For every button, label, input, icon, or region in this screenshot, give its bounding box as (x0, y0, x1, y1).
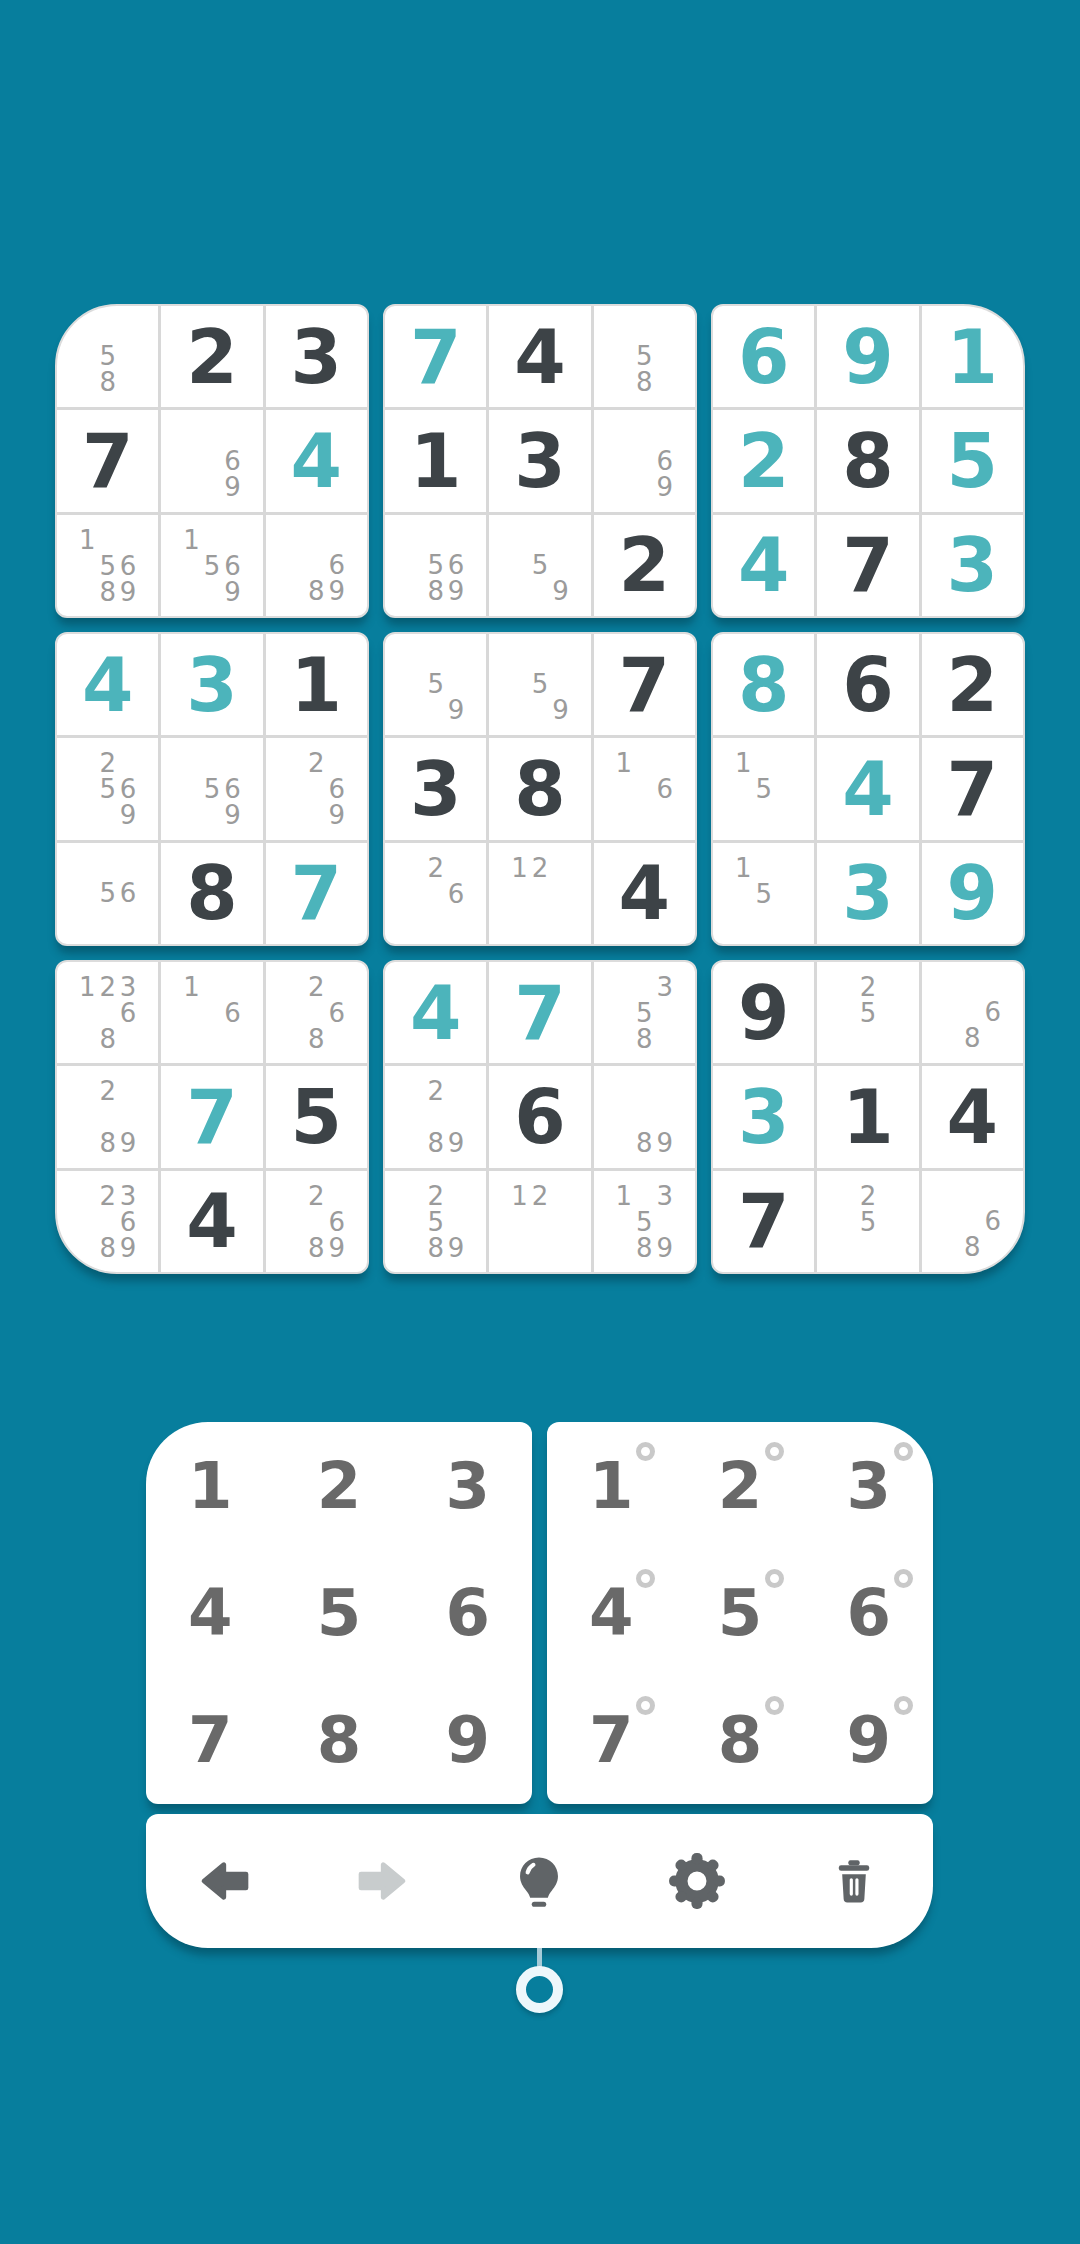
numpad-digit-7[interactable]: 7 (146, 1677, 275, 1804)
arrow-left-icon (197, 1853, 253, 1909)
given-digit: 1 (842, 1080, 894, 1154)
cell-r1c3[interactable]: 3 (266, 306, 367, 407)
given-digit: 4 (186, 1184, 238, 1258)
cell-r5c4[interactable]: 3 (385, 738, 486, 839)
cell-r3c4[interactable]: 5689 (385, 515, 486, 616)
cell-r6c3[interactable]: 7 (266, 843, 367, 944)
given-digit: 8 (842, 424, 894, 498)
hint-button[interactable] (507, 1849, 571, 1913)
cell-r6c6[interactable]: 4 (594, 843, 695, 944)
cell-r4c3[interactable]: 1 (266, 634, 367, 735)
user-digit: 7 (514, 976, 566, 1050)
cell-r4c1[interactable]: 4 (57, 634, 158, 735)
given-digit: 3 (514, 424, 566, 498)
note-digit-label: 5 (718, 1576, 763, 1650)
cell-r2c5[interactable]: 3 (489, 410, 590, 511)
numpad-note-digit-8[interactable]: 8 (676, 1677, 805, 1804)
cell-r8c6[interactable]: 89 (594, 1066, 695, 1167)
given-digit: 7 (947, 752, 999, 826)
pencil-marks: 16 (181, 974, 242, 1051)
cell-r6c5[interactable]: 12 (489, 843, 590, 944)
sudoku-app-screen: 5823769415689156968974581369568959269128… (0, 0, 1080, 2244)
cell-r8c1[interactable]: 289 (57, 1066, 158, 1167)
cell-r6c1[interactable]: 56 (57, 843, 158, 944)
cell-r1c6[interactable]: 58 (594, 306, 695, 407)
pencil-marks: 59 (405, 646, 466, 723)
note-ring-icon (894, 1696, 913, 1715)
note-digit-label: 1 (589, 1449, 634, 1523)
cell-r4c6[interactable]: 7 (594, 634, 695, 735)
given-digit: 8 (514, 752, 566, 826)
cell-r7c3[interactable]: 268 (266, 962, 367, 1063)
note-ring-icon (636, 1569, 655, 1588)
cell-r9c6[interactable]: 13589 (594, 1171, 695, 1272)
sudoku-board: 5823769415689156968974581369568959269128… (55, 304, 1025, 1274)
cell-r3c7[interactable]: 4 (713, 515, 814, 616)
cell-r7c1[interactable]: 12368 (57, 962, 158, 1063)
cell-r4c5[interactable]: 59 (489, 634, 590, 735)
user-digit: 4 (291, 424, 343, 498)
board-box-5: 59597381626124 (383, 632, 697, 946)
numpad-normal: 123456789 (146, 1422, 532, 1804)
cell-r2c4[interactable]: 1 (385, 410, 486, 511)
arrow-right-icon (354, 1853, 410, 1909)
given-digit: 7 (842, 528, 894, 602)
cell-r2c6[interactable]: 69 (594, 410, 695, 511)
user-digit: 2 (738, 424, 790, 498)
numpad-note-digit-5[interactable]: 5 (676, 1549, 805, 1676)
cell-r3c8[interactable]: 7 (817, 515, 918, 616)
cell-r7c9[interactable]: 68 (922, 962, 1023, 1063)
pencil-marks: 12 (509, 855, 570, 932)
pencil-marks: 58 (614, 318, 675, 395)
board-box-3: 691285473 (711, 304, 1025, 618)
cell-r1c5[interactable]: 4 (489, 306, 590, 407)
cell-r8c2[interactable]: 7 (161, 1066, 262, 1167)
numpad-note-digit-4[interactable]: 4 (547, 1549, 676, 1676)
cell-r2c1[interactable]: 7 (57, 410, 158, 511)
user-digit: 3 (842, 856, 894, 930)
numpad-digit-8[interactable]: 8 (275, 1677, 404, 1804)
cell-r5c5[interactable]: 8 (489, 738, 590, 839)
note-digit-label: 8 (718, 1703, 763, 1777)
undo-button[interactable] (193, 1849, 257, 1913)
numpad-note-digit-1[interactable]: 1 (547, 1422, 676, 1549)
given-digit: 7 (619, 648, 671, 722)
cell-r9c5[interactable]: 12 (489, 1171, 590, 1272)
cell-r6c9[interactable]: 9 (922, 843, 1023, 944)
cell-r9c7[interactable]: 7 (713, 1171, 814, 1272)
pencil-marks: 2689 (286, 1183, 347, 1260)
cell-r5c9[interactable]: 7 (922, 738, 1023, 839)
cell-r1c4[interactable]: 7 (385, 306, 486, 407)
cell-r9c4[interactable]: 2589 (385, 1171, 486, 1272)
given-digit: 8 (186, 856, 238, 930)
cell-r5c1[interactable]: 2569 (57, 738, 158, 839)
cell-r3c6[interactable]: 2 (594, 515, 695, 616)
cell-r5c8[interactable]: 4 (817, 738, 918, 839)
cell-r3c3[interactable]: 689 (266, 515, 367, 616)
given-digit: 3 (410, 752, 462, 826)
numpad-notes: 123456789 (547, 1422, 933, 1804)
pencil-marks: 12 (509, 1183, 570, 1260)
numpad-digit-5[interactable]: 5 (275, 1549, 404, 1676)
user-digit: 4 (82, 648, 134, 722)
given-digit: 2 (186, 320, 238, 394)
user-digit: 4 (738, 528, 790, 602)
board-box-1: 58237694156891569689 (55, 304, 369, 618)
note-ring-icon (765, 1442, 784, 1461)
user-digit: 9 (842, 320, 894, 394)
cell-r7c8[interactable]: 25 (817, 962, 918, 1063)
pencil-marks: 12368 (77, 974, 138, 1051)
cell-r8c4[interactable]: 289 (385, 1066, 486, 1167)
pencil-marks: 289 (77, 1078, 138, 1155)
note-digit-label: 6 (846, 1576, 891, 1650)
cell-r4c7[interactable]: 8 (713, 634, 814, 735)
pencil-marks: 58 (77, 318, 138, 395)
pencil-marks: 2569 (77, 750, 138, 827)
user-digit: 7 (186, 1080, 238, 1154)
cell-r9c1[interactable]: 23689 (57, 1171, 158, 1272)
numpad-note-digit-3[interactable]: 3 (804, 1422, 933, 1549)
cell-r5c2[interactable]: 569 (161, 738, 262, 839)
cell-r2c9[interactable]: 5 (922, 410, 1023, 511)
given-digit: 2 (619, 528, 671, 602)
note-digit-label: 2 (718, 1449, 763, 1523)
note-digit-label: 7 (589, 1703, 634, 1777)
pencil-marks: 15689 (77, 527, 138, 604)
pencil-marks: 25 (837, 974, 898, 1051)
board-box-7: 1236816268289752368942689 (55, 960, 369, 1274)
cell-r6c8[interactable]: 3 (817, 843, 918, 944)
cell-r6c7[interactable]: 15 (713, 843, 814, 944)
cell-r8c9[interactable]: 4 (922, 1066, 1023, 1167)
user-digit: 4 (842, 752, 894, 826)
cell-r9c2[interactable]: 4 (161, 1171, 262, 1272)
numpad-note-digit-9[interactable]: 9 (804, 1677, 933, 1804)
note-digit-label: 4 (589, 1576, 634, 1650)
board-box-6: 86215471539 (711, 632, 1025, 946)
pencil-marks: 13589 (614, 1183, 675, 1260)
given-digit: 1 (410, 424, 462, 498)
user-digit: 5 (947, 424, 999, 498)
pencil-marks: 689 (286, 527, 347, 604)
given-digit: 4 (619, 856, 671, 930)
numpad-digit-1[interactable]: 1 (146, 1422, 275, 1549)
cell-r9c8[interactable]: 25 (817, 1171, 918, 1272)
toolbar (146, 1814, 933, 1948)
drag-handle[interactable] (516, 1966, 563, 2013)
numpad-digit-9[interactable]: 9 (403, 1677, 532, 1804)
redo-button[interactable] (350, 1849, 414, 1913)
board-box-8: 4735828968925891213589 (383, 960, 697, 1274)
pencil-marks: 68 (942, 974, 1003, 1051)
cell-r9c9[interactable]: 68 (922, 1171, 1023, 1272)
cell-r1c9[interactable]: 1 (922, 306, 1023, 407)
pencil-marks: 16 (614, 750, 675, 827)
given-digit: 9 (738, 976, 790, 1050)
delete-button[interactable] (822, 1849, 886, 1913)
note-ring-icon (636, 1442, 655, 1461)
cell-r2c7[interactable]: 2 (713, 410, 814, 511)
given-digit: 3 (291, 320, 343, 394)
pencil-marks: 26 (405, 855, 466, 932)
note-ring-icon (765, 1696, 784, 1715)
given-digit: 4 (947, 1080, 999, 1154)
numpad-digit-2[interactable]: 2 (275, 1422, 404, 1549)
given-digit: 1 (291, 648, 343, 722)
note-ring-icon (894, 1442, 913, 1461)
note-ring-icon (636, 1696, 655, 1715)
pencil-marks: 358 (614, 974, 675, 1051)
pencil-marks: 69 (614, 422, 675, 499)
cell-r7c6[interactable]: 358 (594, 962, 695, 1063)
gear-icon (668, 1852, 726, 1910)
numpad-digit-3[interactable]: 3 (403, 1422, 532, 1549)
cell-r9c3[interactable]: 2689 (266, 1171, 367, 1272)
user-digit: 1 (947, 320, 999, 394)
cell-r2c3[interactable]: 4 (266, 410, 367, 511)
lightbulb-icon (510, 1852, 568, 1910)
numpad-digit-6[interactable]: 6 (403, 1549, 532, 1676)
user-digit: 3 (186, 648, 238, 722)
trash-icon (827, 1854, 881, 1908)
numpad-note-digit-6[interactable]: 6 (804, 1549, 933, 1676)
pencil-marks: 89 (614, 1078, 675, 1155)
cell-r8c5[interactable]: 6 (489, 1066, 590, 1167)
pencil-marks: 2589 (405, 1183, 466, 1260)
cell-r1c7[interactable]: 6 (713, 306, 814, 407)
given-digit: 7 (738, 1184, 790, 1258)
cell-r4c9[interactable]: 2 (922, 634, 1023, 735)
note-ring-icon (894, 1569, 913, 1588)
cell-r2c8[interactable]: 8 (817, 410, 918, 511)
user-digit: 4 (410, 976, 462, 1050)
note-ring-icon (765, 1569, 784, 1588)
user-digit: 9 (947, 856, 999, 930)
cell-r8c7[interactable]: 3 (713, 1066, 814, 1167)
pencil-marks: 68 (942, 1183, 1003, 1260)
pencil-marks: 15 (733, 750, 794, 827)
settings-button[interactable] (665, 1849, 729, 1913)
cell-r6c4[interactable]: 26 (385, 843, 486, 944)
cell-r1c1[interactable]: 58 (57, 306, 158, 407)
cell-r8c8[interactable]: 1 (817, 1066, 918, 1167)
given-digit: 5 (291, 1080, 343, 1154)
cell-r1c8[interactable]: 9 (817, 306, 918, 407)
cell-r5c3[interactable]: 269 (266, 738, 367, 839)
cell-r7c4[interactable]: 4 (385, 962, 486, 1063)
user-digit: 6 (738, 320, 790, 394)
given-digit: 6 (842, 648, 894, 722)
cell-r3c1[interactable]: 15689 (57, 515, 158, 616)
board-box-4: 43125695692695687 (55, 632, 369, 946)
cell-r7c5[interactable]: 7 (489, 962, 590, 1063)
pencil-marks: 15 (733, 855, 794, 932)
cell-r3c9[interactable]: 3 (922, 515, 1023, 616)
numpad-note-digit-2[interactable]: 2 (676, 1422, 805, 1549)
pencil-marks: 289 (405, 1078, 466, 1155)
cell-r3c2[interactable]: 1569 (161, 515, 262, 616)
pencil-marks: 56 (77, 855, 138, 932)
cell-r4c2[interactable]: 3 (161, 634, 262, 735)
note-digit-label: 3 (846, 1449, 891, 1523)
pencil-marks: 69 (181, 422, 242, 499)
cell-r7c2[interactable]: 16 (161, 962, 262, 1063)
board-box-9: 9256831472568 (711, 960, 1025, 1274)
given-digit: 2 (947, 648, 999, 722)
given-digit: 6 (514, 1080, 566, 1154)
pencil-marks: 59 (509, 646, 570, 723)
pencil-marks: 268 (286, 974, 347, 1051)
pencil-marks: 59 (509, 527, 570, 604)
pencil-marks: 23689 (77, 1183, 138, 1260)
pencil-marks: 269 (286, 750, 347, 827)
pencil-marks: 25 (837, 1183, 898, 1260)
cell-r4c4[interactable]: 59 (385, 634, 486, 735)
user-digit: 3 (738, 1080, 790, 1154)
pencil-marks: 569 (181, 750, 242, 827)
cell-r2c2[interactable]: 69 (161, 410, 262, 511)
cell-r5c7[interactable]: 15 (713, 738, 814, 839)
cell-r5c6[interactable]: 16 (594, 738, 695, 839)
user-digit: 8 (738, 648, 790, 722)
cell-r6c2[interactable]: 8 (161, 843, 262, 944)
pencil-marks: 1569 (181, 527, 242, 604)
board-box-2: 745813695689592 (383, 304, 697, 618)
cell-r3c5[interactable]: 59 (489, 515, 590, 616)
user-digit: 3 (947, 528, 999, 602)
cell-r1c2[interactable]: 2 (161, 306, 262, 407)
numpad-note-digit-7[interactable]: 7 (547, 1677, 676, 1804)
pencil-marks: 5689 (405, 527, 466, 604)
user-digit: 7 (410, 320, 462, 394)
given-digit: 7 (82, 424, 134, 498)
note-digit-label: 9 (846, 1703, 891, 1777)
cell-r8c3[interactable]: 5 (266, 1066, 367, 1167)
user-digit: 7 (291, 856, 343, 930)
given-digit: 4 (514, 320, 566, 394)
cell-r7c7[interactable]: 9 (713, 962, 814, 1063)
cell-r4c8[interactable]: 6 (817, 634, 918, 735)
numpad-digit-4[interactable]: 4 (146, 1549, 275, 1676)
